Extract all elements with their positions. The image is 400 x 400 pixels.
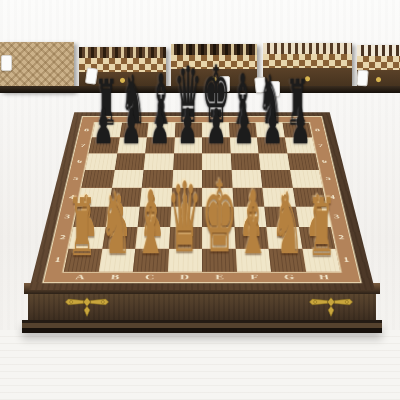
piece-white-bishop[interactable]: ♝ [238,180,269,267]
mini-board [357,56,400,70]
piece-white-rook[interactable]: ♜ [68,188,96,267]
piece-black-pawn[interactable]: ♟ [206,102,227,151]
square-h6[interactable] [287,153,319,170]
square-f7[interactable]: ♟ [230,138,259,154]
piece-black-pawn[interactable]: ♟ [234,102,255,151]
mini-pieces [263,43,352,54]
square-e1[interactable]: ♚ [202,249,237,272]
square-h7[interactable]: ♟ [285,138,316,154]
square-d7[interactable]: ♟ [174,138,202,154]
square-c7[interactable]: ♟ [145,138,174,154]
mini-pieces [357,45,400,56]
brass-latch-icon [308,296,354,318]
piece-black-pawn[interactable]: ♟ [178,102,199,151]
square-h1[interactable]: ♜ [302,249,340,272]
piece-white-rook[interactable]: ♜ [308,188,336,267]
board-squares: ♜♞♝♛♚♝♞♜♟♟♟♟♟♟♟♟♟♟♟♟♟♟♟♟♜♞♝♛♚♝♞♜ [64,123,340,272]
piece-black-pawn[interactable]: ♟ [93,102,114,151]
square-c1[interactable]: ♝ [133,249,169,272]
chess-board-3d: ABCDEFGH ABCDEFGH 87654321 87654321 ♜♞♝♛… [29,112,375,290]
piece-black-pawn[interactable]: ♟ [262,102,283,151]
chess-set-product-photo: ABCDEFGH ABCDEFGH 87654321 87654321 ♜♞♝♛… [0,0,400,400]
chess-case [28,283,376,333]
price-tag [1,55,12,71]
mini-pieces [79,47,166,58]
piece-white-bishop[interactable]: ♝ [135,180,166,267]
square-d1[interactable]: ♛ [167,249,202,272]
square-f1[interactable]: ♝ [235,249,271,272]
brass-latch-icon [64,296,110,318]
square-a1[interactable]: ♜ [64,249,102,272]
chess-board: ABCDEFGH ABCDEFGH 87654321 87654321 ♜♞♝♛… [29,112,375,290]
square-e7[interactable]: ♟ [202,138,230,154]
square-g1[interactable]: ♞ [269,249,306,272]
square-g6[interactable] [259,153,290,170]
piece-white-king[interactable]: ♚ [201,168,237,267]
case-base-molding [22,320,382,333]
square-b6[interactable] [114,153,145,170]
piece-white-queen[interactable]: ♛ [167,170,202,267]
piece-white-knight[interactable]: ♞ [101,182,132,267]
piece-white-knight[interactable]: ♞ [272,182,303,267]
square-b1[interactable]: ♞ [98,249,135,272]
piece-black-pawn[interactable]: ♟ [149,102,170,151]
square-b7[interactable]: ♟ [117,138,147,154]
case-front [28,294,376,320]
piece-black-pawn[interactable]: ♟ [290,102,311,151]
piece-black-pawn[interactable]: ♟ [121,102,142,151]
square-a6[interactable] [85,153,117,170]
price-tag [356,70,368,87]
table-surface [0,330,400,400]
square-a7[interactable]: ♟ [89,138,120,154]
square-g7[interactable]: ♟ [257,138,287,154]
